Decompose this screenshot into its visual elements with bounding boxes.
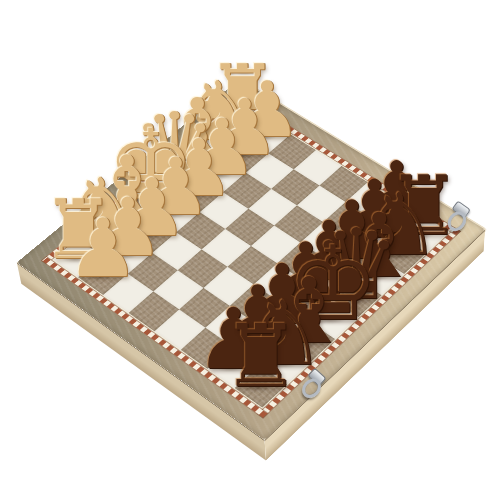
square-e5 xyxy=(227,246,277,284)
square-h3 xyxy=(103,274,153,313)
square-h2 xyxy=(78,256,128,295)
square-d7 xyxy=(304,260,354,299)
square-h7 xyxy=(207,346,259,388)
board-grid xyxy=(53,104,448,408)
square-d6 xyxy=(277,243,327,281)
square-g6 xyxy=(205,306,256,346)
square-f7 xyxy=(256,302,307,342)
square-e8 xyxy=(307,299,358,339)
square-g7 xyxy=(232,324,283,365)
square-e6 xyxy=(254,263,304,302)
mosaic-strip-bottom xyxy=(258,228,460,417)
square-h8 xyxy=(235,365,287,407)
square-g5 xyxy=(179,288,230,328)
scene-tilt xyxy=(0,0,500,500)
square-f8 xyxy=(284,321,335,362)
mosaic-strip-left xyxy=(42,257,267,417)
square-b8 xyxy=(377,236,427,274)
square-c7 xyxy=(327,239,377,277)
chess-box xyxy=(17,79,485,440)
square-e7 xyxy=(280,281,331,321)
square-h4 xyxy=(129,291,180,331)
square-c8 xyxy=(354,256,404,295)
square-f5 xyxy=(204,267,254,306)
square-h6 xyxy=(181,328,232,369)
square-f6 xyxy=(230,284,281,324)
square-g3 xyxy=(128,253,178,292)
square-g4 xyxy=(153,270,203,309)
chess-set-photo: ♜♞♝♛♚♝♞♜♟♟♟♟♟♟♟♟♟♟♟♟♟♟♟♟♜♞♝♛♚♝♞♜ xyxy=(0,0,500,500)
square-h5 xyxy=(154,309,205,349)
square-f4 xyxy=(178,249,228,287)
board-face xyxy=(17,79,485,440)
square-d8 xyxy=(331,277,382,317)
